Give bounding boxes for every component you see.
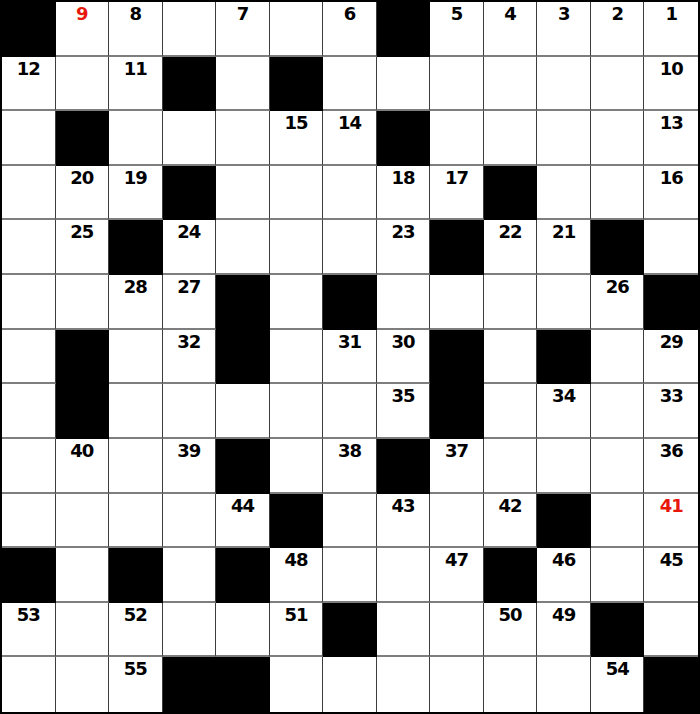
grid-cell[interactable]: 34 xyxy=(537,384,591,439)
clue-number: 24 xyxy=(163,223,216,241)
grid-cell[interactable]: 25 xyxy=(56,220,110,275)
grid-cell[interactable] xyxy=(430,275,484,330)
grid-cell[interactable] xyxy=(377,275,431,330)
grid-cell[interactable] xyxy=(2,384,56,439)
grid-cell[interactable] xyxy=(2,494,56,549)
grid-cell[interactable]: 12 xyxy=(2,57,56,112)
grid-cell[interactable]: 11 xyxy=(109,57,163,112)
clue-number: 33 xyxy=(644,387,698,405)
grid-cell[interactable]: 45 xyxy=(644,548,698,603)
grid-cell[interactable]: 5 xyxy=(430,2,484,57)
grid-cell[interactable]: 35 xyxy=(377,384,431,439)
grid-cell[interactable]: 4 xyxy=(484,2,538,57)
grid-cell[interactable] xyxy=(430,603,484,658)
black-cell xyxy=(430,220,484,275)
grid-cell[interactable] xyxy=(2,657,56,712)
grid-cell[interactable]: 26 xyxy=(591,275,645,330)
black-cell xyxy=(109,548,163,603)
grid-cell[interactable]: 9 xyxy=(56,2,110,57)
clue-number: 44 xyxy=(216,497,269,515)
grid-cell[interactable] xyxy=(216,384,270,439)
grid-cell[interactable]: 37 xyxy=(430,439,484,494)
grid-cell[interactable]: 44 xyxy=(216,494,270,549)
grid-cell[interactable] xyxy=(323,494,377,549)
grid-cell[interactable] xyxy=(644,220,698,275)
grid-cell[interactable]: 49 xyxy=(537,603,591,658)
clue-number: 42 xyxy=(484,497,537,515)
grid-cell[interactable]: 36 xyxy=(644,439,698,494)
grid-cell[interactable] xyxy=(323,657,377,712)
grid-cell[interactable]: 18 xyxy=(377,166,431,221)
clue-number: 55 xyxy=(109,660,162,678)
clue-number: 9 xyxy=(56,5,109,23)
grid-cell[interactable] xyxy=(270,2,324,57)
grid-cell[interactable]: 50 xyxy=(484,603,538,658)
grid-cell[interactable] xyxy=(323,166,377,221)
grid-cell[interactable]: 24 xyxy=(163,220,217,275)
black-cell xyxy=(2,2,56,57)
clue-number: 13 xyxy=(644,114,698,132)
black-cell xyxy=(56,384,110,439)
grid-cell[interactable] xyxy=(163,384,217,439)
clue-number: 7 xyxy=(216,5,269,23)
clue-number: 34 xyxy=(537,387,590,405)
clue-number: 2 xyxy=(591,5,644,23)
grid-cell[interactable] xyxy=(56,548,110,603)
black-cell xyxy=(644,657,698,712)
grid-cell[interactable]: 13 xyxy=(644,111,698,166)
grid-cell[interactable] xyxy=(2,275,56,330)
clue-number: 38 xyxy=(323,442,376,460)
grid-cell[interactable]: 43 xyxy=(377,494,431,549)
grid-cell[interactable] xyxy=(109,384,163,439)
clue-number: 46 xyxy=(537,551,590,569)
black-cell xyxy=(163,57,217,112)
clue-number: 10 xyxy=(644,60,698,78)
grid-cell[interactable] xyxy=(644,603,698,658)
grid-cell[interactable] xyxy=(270,439,324,494)
black-cell xyxy=(2,548,56,603)
grid-cell[interactable] xyxy=(537,275,591,330)
clue-number: 6 xyxy=(323,5,376,23)
grid-cell[interactable]: 3 xyxy=(537,2,591,57)
clue-number: 15 xyxy=(270,114,323,132)
black-cell xyxy=(216,657,270,712)
clue-number: 51 xyxy=(270,606,323,624)
black-cell xyxy=(109,220,163,275)
clue-number: 12 xyxy=(2,60,55,78)
clue-number: 28 xyxy=(109,278,162,296)
black-cell xyxy=(163,166,217,221)
grid-cell[interactable] xyxy=(163,494,217,549)
clue-number: 20 xyxy=(56,169,109,187)
grid-cell[interactable] xyxy=(109,330,163,385)
grid-cell[interactable] xyxy=(537,657,591,712)
grid-cell[interactable] xyxy=(537,439,591,494)
grid-cell[interactable] xyxy=(591,384,645,439)
grid-cell[interactable]: 39 xyxy=(163,439,217,494)
grid-cell[interactable] xyxy=(109,439,163,494)
grid-cell[interactable] xyxy=(270,166,324,221)
black-cell xyxy=(377,111,431,166)
clue-number: 30 xyxy=(377,333,430,351)
grid-cell[interactable] xyxy=(109,494,163,549)
black-cell xyxy=(216,275,270,330)
grid-cell[interactable] xyxy=(2,330,56,385)
grid-cell[interactable] xyxy=(2,220,56,275)
grid-cell[interactable]: 30 xyxy=(377,330,431,385)
grid-cell[interactable]: 55 xyxy=(109,657,163,712)
grid-cell[interactable]: 38 xyxy=(323,439,377,494)
clue-number: 22 xyxy=(484,223,537,241)
grid-cell[interactable] xyxy=(163,548,217,603)
grid-cell[interactable] xyxy=(270,657,324,712)
black-cell xyxy=(323,275,377,330)
grid-cell[interactable] xyxy=(216,603,270,658)
grid-cell[interactable]: 17 xyxy=(430,166,484,221)
grid-cell[interactable]: 52 xyxy=(109,603,163,658)
grid-cell[interactable] xyxy=(537,111,591,166)
clue-number: 8 xyxy=(109,5,162,23)
grid-cell[interactable]: 31 xyxy=(323,330,377,385)
grid-cell[interactable] xyxy=(484,439,538,494)
clue-number: 23 xyxy=(377,223,430,241)
grid-cell[interactable] xyxy=(323,548,377,603)
grid-cell[interactable] xyxy=(323,57,377,112)
grid-cell[interactable] xyxy=(484,384,538,439)
grid-cell[interactable] xyxy=(377,603,431,658)
grid-cell[interactable]: 48 xyxy=(270,548,324,603)
clue-number: 48 xyxy=(270,551,323,569)
black-cell xyxy=(430,330,484,385)
black-cell xyxy=(591,220,645,275)
black-cell xyxy=(323,603,377,658)
black-cell xyxy=(537,330,591,385)
clue-number: 39 xyxy=(163,442,216,460)
clue-number: 49 xyxy=(537,606,590,624)
clue-number: 18 xyxy=(377,169,430,187)
grid-cell[interactable]: 14 xyxy=(323,111,377,166)
grid-cell[interactable]: 33 xyxy=(644,384,698,439)
black-cell xyxy=(163,657,217,712)
grid-cell[interactable]: 20 xyxy=(56,166,110,221)
grid-cell[interactable]: 46 xyxy=(537,548,591,603)
grid-cell[interactable] xyxy=(484,111,538,166)
grid-cell[interactable] xyxy=(56,494,110,549)
black-cell xyxy=(270,57,324,112)
black-cell xyxy=(56,330,110,385)
grid-cell[interactable]: 27 xyxy=(163,275,217,330)
clue-number: 31 xyxy=(323,333,376,351)
grid-cell[interactable] xyxy=(323,384,377,439)
grid-cell[interactable] xyxy=(56,657,110,712)
grid-cell[interactable] xyxy=(56,603,110,658)
black-cell xyxy=(484,166,538,221)
grid-cell[interactable]: 19 xyxy=(109,166,163,221)
black-cell xyxy=(216,548,270,603)
grid-cell[interactable] xyxy=(591,57,645,112)
grid-cell[interactable] xyxy=(109,111,163,166)
grid-cell[interactable] xyxy=(591,494,645,549)
grid-cell[interactable]: 53 xyxy=(2,603,56,658)
grid-cell[interactable]: 41 xyxy=(644,494,698,549)
grid-cell[interactable]: 22 xyxy=(484,220,538,275)
black-cell xyxy=(56,111,110,166)
grid-cell[interactable] xyxy=(430,494,484,549)
black-cell xyxy=(216,439,270,494)
grid-cell[interactable] xyxy=(537,57,591,112)
clue-number: 19 xyxy=(109,169,162,187)
clue-number: 35 xyxy=(377,387,430,405)
grid-cell[interactable]: 28 xyxy=(109,275,163,330)
clue-number: 36 xyxy=(644,442,698,460)
grid-cell[interactable] xyxy=(56,57,110,112)
clue-number: 29 xyxy=(644,333,698,351)
grid-cell[interactable]: 51 xyxy=(270,603,324,658)
clue-number: 26 xyxy=(591,278,644,296)
grid-cell[interactable] xyxy=(163,603,217,658)
black-cell xyxy=(216,330,270,385)
grid-cell[interactable] xyxy=(2,439,56,494)
clue-number: 27 xyxy=(163,278,216,296)
clue-number: 32 xyxy=(163,333,216,351)
grid-cell[interactable] xyxy=(591,111,645,166)
grid-cell[interactable]: 47 xyxy=(430,548,484,603)
grid-cell[interactable] xyxy=(377,657,431,712)
grid-cell[interactable]: 16 xyxy=(644,166,698,221)
grid-cell[interactable] xyxy=(430,111,484,166)
grid-cell[interactable]: 42 xyxy=(484,494,538,549)
grid-cell[interactable] xyxy=(484,275,538,330)
grid-cell[interactable] xyxy=(216,166,270,221)
grid-cell[interactable] xyxy=(484,57,538,112)
grid-cell[interactable]: 6 xyxy=(323,2,377,57)
clue-number: 47 xyxy=(430,551,483,569)
grid-cell[interactable] xyxy=(591,548,645,603)
clue-number: 25 xyxy=(56,223,109,241)
grid-cell[interactable] xyxy=(377,548,431,603)
clue-number: 40 xyxy=(56,442,109,460)
grid-cell[interactable]: 8 xyxy=(109,2,163,57)
clue-number: 53 xyxy=(2,606,55,624)
grid-cell[interactable] xyxy=(591,330,645,385)
grid-cell[interactable] xyxy=(56,275,110,330)
grid-cell[interactable] xyxy=(484,330,538,385)
grid-cell[interactable] xyxy=(377,57,431,112)
clue-number: 50 xyxy=(484,606,537,624)
clue-number: 43 xyxy=(377,497,430,515)
grid-cell[interactable] xyxy=(270,384,324,439)
grid-cell[interactable]: 40 xyxy=(56,439,110,494)
grid-cell[interactable] xyxy=(430,57,484,112)
grid-cell[interactable] xyxy=(430,657,484,712)
grid-cell[interactable] xyxy=(2,166,56,221)
clue-number: 16 xyxy=(644,169,698,187)
clue-number: 41 xyxy=(644,497,698,515)
black-cell xyxy=(430,384,484,439)
black-cell xyxy=(377,439,431,494)
clue-number: 1 xyxy=(644,5,698,23)
grid-cell[interactable] xyxy=(270,330,324,385)
clue-number: 3 xyxy=(537,5,590,23)
black-cell xyxy=(644,275,698,330)
grid-cell[interactable] xyxy=(216,220,270,275)
grid-cell[interactable]: 54 xyxy=(591,657,645,712)
grid-cell[interactable]: 29 xyxy=(644,330,698,385)
black-cell xyxy=(591,603,645,658)
black-cell xyxy=(537,494,591,549)
grid-cell[interactable] xyxy=(591,166,645,221)
grid-cell[interactable]: 2 xyxy=(591,2,645,57)
clue-number: 17 xyxy=(430,169,483,187)
grid-cell[interactable] xyxy=(163,2,217,57)
grid-cell[interactable] xyxy=(2,111,56,166)
clue-number: 45 xyxy=(644,551,698,569)
grid-cell[interactable]: 15 xyxy=(270,111,324,166)
grid-cell[interactable]: 32 xyxy=(163,330,217,385)
grid-cell[interactable] xyxy=(216,111,270,166)
clue-number: 11 xyxy=(109,60,162,78)
clue-number: 54 xyxy=(591,660,644,678)
grid-cell[interactable]: 10 xyxy=(644,57,698,112)
grid-cell[interactable] xyxy=(323,220,377,275)
crossword-grid: 9876543211211101514132019181716252423222… xyxy=(0,0,700,714)
grid-cell[interactable] xyxy=(163,111,217,166)
grid-cell[interactable]: 1 xyxy=(644,2,698,57)
grid-cell[interactable] xyxy=(591,439,645,494)
clue-number: 52 xyxy=(109,606,162,624)
black-cell xyxy=(377,2,431,57)
grid-cell[interactable] xyxy=(537,166,591,221)
grid-cell[interactable] xyxy=(270,275,324,330)
clue-number: 4 xyxy=(484,5,537,23)
black-cell xyxy=(270,494,324,549)
grid-cell[interactable]: 7 xyxy=(216,2,270,57)
grid-cell[interactable] xyxy=(484,657,538,712)
grid-cell[interactable] xyxy=(270,220,324,275)
black-cell xyxy=(484,548,538,603)
clue-number: 21 xyxy=(537,223,590,241)
clue-number: 14 xyxy=(323,114,376,132)
clue-number: 37 xyxy=(430,442,483,460)
grid-cell[interactable] xyxy=(216,57,270,112)
clue-number: 5 xyxy=(430,5,483,23)
grid-cell[interactable]: 23 xyxy=(377,220,431,275)
grid-cell[interactable]: 21 xyxy=(537,220,591,275)
